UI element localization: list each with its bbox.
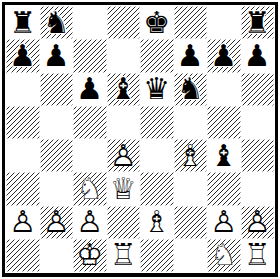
square-h4[interactable] <box>241 139 275 172</box>
square-a2[interactable]: ♟♙ <box>6 206 40 239</box>
square-e4[interactable] <box>140 139 174 172</box>
piece-black-knight[interactable]: ♞ <box>40 6 74 39</box>
square-a1[interactable] <box>6 239 40 272</box>
piece-black-knight[interactable]: ♞ <box>174 73 208 106</box>
square-e7[interactable] <box>140 39 174 72</box>
piece-white-outline: ♖ <box>241 239 275 272</box>
square-e8[interactable]: ♚ <box>140 6 174 39</box>
chess-board: ♜♞♚♜♟♟♟♟♟♟♝♛♞♟♙♝♗♝♞♘♛♕♟♙♟♙♟♙♝♗♟♙♟♙♚♔♜♖♞♘… <box>6 6 274 272</box>
piece-black-queen[interactable]: ♛ <box>140 73 174 106</box>
square-a5[interactable] <box>6 106 40 139</box>
piece-black-pawn[interactable]: ♟ <box>174 39 208 72</box>
square-g8[interactable] <box>207 6 241 39</box>
square-h1[interactable]: ♜♖ <box>241 239 275 272</box>
square-e1[interactable] <box>140 239 174 272</box>
square-d7[interactable] <box>107 39 141 72</box>
square-g4[interactable]: ♝ <box>207 139 241 172</box>
square-f6[interactable]: ♞ <box>174 73 208 106</box>
square-b5[interactable] <box>40 106 74 139</box>
piece-white-rook[interactable]: ♜♖ <box>241 239 275 272</box>
piece-white-outline: ♙ <box>241 206 275 239</box>
square-b8[interactable]: ♞ <box>40 6 74 39</box>
chess-diagram: ♜♞♚♜♟♟♟♟♟♟♝♛♞♟♙♝♗♝♞♘♛♕♟♙♟♙♟♙♝♗♟♙♟♙♚♔♜♖♞♘… <box>0 0 280 279</box>
piece-white-pawn[interactable]: ♟♙ <box>207 206 241 239</box>
piece-black-pawn[interactable]: ♟ <box>73 73 107 106</box>
square-g7[interactable]: ♟ <box>207 39 241 72</box>
square-a6[interactable] <box>6 73 40 106</box>
square-a8[interactable]: ♜ <box>6 6 40 39</box>
square-g2[interactable]: ♟♙ <box>207 206 241 239</box>
piece-white-outline: ♖ <box>107 239 141 272</box>
square-d2[interactable] <box>107 206 141 239</box>
square-a3[interactable] <box>6 172 40 205</box>
piece-white-king[interactable]: ♚♔ <box>73 239 107 272</box>
square-a4[interactable] <box>6 139 40 172</box>
piece-black-pawn[interactable]: ♟ <box>241 39 275 72</box>
piece-white-outline: ♗ <box>140 206 174 239</box>
square-g5[interactable] <box>207 106 241 139</box>
piece-white-pawn[interactable]: ♟♙ <box>241 206 275 239</box>
piece-white-outline: ♙ <box>107 139 141 172</box>
square-e2[interactable]: ♝♗ <box>140 206 174 239</box>
square-h7[interactable]: ♟ <box>241 39 275 72</box>
piece-black-pawn[interactable]: ♟ <box>207 39 241 72</box>
square-f2[interactable] <box>174 206 208 239</box>
piece-white-outline: ♔ <box>73 239 107 272</box>
square-a7[interactable]: ♟ <box>6 39 40 72</box>
square-e6[interactable]: ♛ <box>140 73 174 106</box>
piece-white-outline: ♙ <box>40 206 74 239</box>
square-c2[interactable]: ♟♙ <box>73 206 107 239</box>
square-b6[interactable] <box>40 73 74 106</box>
square-b1[interactable] <box>40 239 74 272</box>
piece-white-pawn[interactable]: ♟♙ <box>73 206 107 239</box>
square-e5[interactable] <box>140 106 174 139</box>
piece-white-outline: ♘ <box>73 172 107 205</box>
square-f4[interactable]: ♝♗ <box>174 139 208 172</box>
square-b4[interactable] <box>40 139 74 172</box>
square-h5[interactable] <box>241 106 275 139</box>
board-frame: ♜♞♚♜♟♟♟♟♟♟♝♛♞♟♙♝♗♝♞♘♛♕♟♙♟♙♟♙♝♗♟♙♟♙♚♔♜♖♞♘… <box>2 2 278 277</box>
piece-black-pawn[interactable]: ♟ <box>6 39 40 72</box>
square-d5[interactable] <box>107 106 141 139</box>
square-h6[interactable] <box>241 73 275 106</box>
square-g3[interactable] <box>207 172 241 205</box>
square-h8[interactable]: ♜ <box>241 6 275 39</box>
piece-black-pawn[interactable]: ♟ <box>40 39 74 72</box>
piece-white-outline: ♙ <box>207 206 241 239</box>
piece-white-knight[interactable]: ♞♘ <box>207 239 241 272</box>
square-g6[interactable] <box>207 73 241 106</box>
square-c5[interactable] <box>73 106 107 139</box>
piece-white-bishop[interactable]: ♝♗ <box>140 206 174 239</box>
square-f3[interactable] <box>174 172 208 205</box>
piece-white-outline: ♘ <box>207 239 241 272</box>
square-h2[interactable]: ♟♙ <box>241 206 275 239</box>
square-c6[interactable]: ♟ <box>73 73 107 106</box>
piece-white-outline: ♙ <box>73 206 107 239</box>
piece-white-outline: ♗ <box>174 139 208 172</box>
piece-white-knight[interactable]: ♞♘ <box>73 172 107 205</box>
square-d4[interactable]: ♟♙ <box>107 139 141 172</box>
square-g1[interactable]: ♞♘ <box>207 239 241 272</box>
square-f8[interactable] <box>174 6 208 39</box>
square-d8[interactable] <box>107 6 141 39</box>
piece-white-pawn[interactable]: ♟♙ <box>40 206 74 239</box>
piece-white-pawn[interactable]: ♟♙ <box>107 139 141 172</box>
square-b7[interactable]: ♟ <box>40 39 74 72</box>
piece-black-rook[interactable]: ♜ <box>241 6 275 39</box>
square-d1[interactable]: ♜♖ <box>107 239 141 272</box>
square-c4[interactable] <box>73 139 107 172</box>
square-h3[interactable] <box>241 172 275 205</box>
piece-white-queen[interactable]: ♛♕ <box>107 172 141 205</box>
piece-black-king[interactable]: ♚ <box>140 6 174 39</box>
square-f7[interactable]: ♟ <box>174 39 208 72</box>
piece-black-rook[interactable]: ♜ <box>6 6 40 39</box>
square-b3[interactable] <box>40 172 74 205</box>
square-c3[interactable]: ♞♘ <box>73 172 107 205</box>
piece-black-bishop[interactable]: ♝ <box>207 139 241 172</box>
square-e3[interactable] <box>140 172 174 205</box>
square-c1[interactable]: ♚♔ <box>73 239 107 272</box>
piece-white-outline: ♙ <box>6 206 40 239</box>
piece-white-bishop[interactable]: ♝♗ <box>174 139 208 172</box>
square-f5[interactable] <box>174 106 208 139</box>
square-b2[interactable]: ♟♙ <box>40 206 74 239</box>
piece-white-pawn[interactable]: ♟♙ <box>6 206 40 239</box>
piece-white-outline: ♕ <box>107 172 141 205</box>
square-d3[interactable]: ♛♕ <box>107 172 141 205</box>
piece-black-bishop[interactable]: ♝ <box>107 73 141 106</box>
square-c8[interactable] <box>73 6 107 39</box>
piece-white-rook[interactable]: ♜♖ <box>107 239 141 272</box>
square-f1[interactable] <box>174 239 208 272</box>
square-c7[interactable] <box>73 39 107 72</box>
square-d6[interactable]: ♝ <box>107 73 141 106</box>
